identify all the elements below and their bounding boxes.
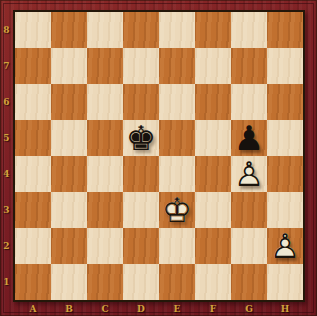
square-b6[interactable] bbox=[51, 84, 87, 120]
rank-label-5: 5 bbox=[0, 120, 13, 156]
file-label-b: B bbox=[51, 302, 87, 316]
square-f6[interactable] bbox=[195, 84, 231, 120]
square-h6[interactable] bbox=[267, 84, 303, 120]
white-pawn-outline: ♙ bbox=[231, 156, 267, 192]
rank-label-7: 7 bbox=[0, 48, 13, 84]
square-d4[interactable] bbox=[123, 156, 159, 192]
square-c6[interactable] bbox=[87, 84, 123, 120]
rank-label-1: 1 bbox=[0, 264, 13, 300]
square-h4[interactable] bbox=[267, 156, 303, 192]
square-b4[interactable] bbox=[51, 156, 87, 192]
white-pawn[interactable]: ♟♙ bbox=[231, 156, 267, 192]
square-b2[interactable] bbox=[51, 228, 87, 264]
square-d5[interactable]: ♚ bbox=[123, 120, 159, 156]
rank-label-4: 4 bbox=[0, 156, 13, 192]
file-label-e: E bbox=[159, 302, 195, 316]
square-g2[interactable] bbox=[231, 228, 267, 264]
square-a8[interactable] bbox=[15, 12, 51, 48]
square-d6[interactable] bbox=[123, 84, 159, 120]
square-b1[interactable] bbox=[51, 264, 87, 300]
square-d7[interactable] bbox=[123, 48, 159, 84]
square-c2[interactable] bbox=[87, 228, 123, 264]
rank-label-3: 3 bbox=[0, 192, 13, 228]
square-a1[interactable] bbox=[15, 264, 51, 300]
square-g5[interactable]: ♟ bbox=[231, 120, 267, 156]
square-c8[interactable] bbox=[87, 12, 123, 48]
square-e1[interactable] bbox=[159, 264, 195, 300]
square-f3[interactable] bbox=[195, 192, 231, 228]
square-c3[interactable] bbox=[87, 192, 123, 228]
square-e7[interactable] bbox=[159, 48, 195, 84]
square-h7[interactable] bbox=[267, 48, 303, 84]
square-h3[interactable] bbox=[267, 192, 303, 228]
file-label-a: A bbox=[15, 302, 51, 316]
square-b3[interactable] bbox=[51, 192, 87, 228]
board-frame: ♚♟♟♙♚♔♟♙ bbox=[13, 10, 305, 302]
square-g6[interactable] bbox=[231, 84, 267, 120]
black-pawn-glyph: ♟ bbox=[231, 120, 267, 156]
square-f4[interactable] bbox=[195, 156, 231, 192]
square-f2[interactable] bbox=[195, 228, 231, 264]
square-e4[interactable] bbox=[159, 156, 195, 192]
square-h8[interactable] bbox=[267, 12, 303, 48]
square-g3[interactable] bbox=[231, 192, 267, 228]
file-label-d: D bbox=[123, 302, 159, 316]
square-f1[interactable] bbox=[195, 264, 231, 300]
rank-label-2: 2 bbox=[0, 228, 13, 264]
rank-label-8: 8 bbox=[0, 12, 13, 48]
square-e5[interactable] bbox=[159, 120, 195, 156]
square-g4[interactable]: ♟♙ bbox=[231, 156, 267, 192]
square-c7[interactable] bbox=[87, 48, 123, 84]
square-f7[interactable] bbox=[195, 48, 231, 84]
square-b7[interactable] bbox=[51, 48, 87, 84]
white-king[interactable]: ♚♔ bbox=[159, 192, 195, 228]
square-a3[interactable] bbox=[15, 192, 51, 228]
file-label-f: F bbox=[195, 302, 231, 316]
square-c4[interactable] bbox=[87, 156, 123, 192]
square-f8[interactable] bbox=[195, 12, 231, 48]
square-e2[interactable] bbox=[159, 228, 195, 264]
black-king[interactable]: ♚ bbox=[123, 120, 159, 156]
square-e8[interactable] bbox=[159, 12, 195, 48]
square-g8[interactable] bbox=[231, 12, 267, 48]
black-king-glyph: ♚ bbox=[123, 120, 159, 156]
chess-board-diagram: ♚♟♟♙♚♔♟♙ 87654321 ABCDEFGH bbox=[0, 0, 317, 316]
square-g7[interactable] bbox=[231, 48, 267, 84]
square-e3[interactable]: ♚♔ bbox=[159, 192, 195, 228]
file-label-g: G bbox=[231, 302, 267, 316]
file-label-c: C bbox=[87, 302, 123, 316]
square-h2[interactable]: ♟♙ bbox=[267, 228, 303, 264]
square-g1[interactable] bbox=[231, 264, 267, 300]
square-a6[interactable] bbox=[15, 84, 51, 120]
square-h1[interactable] bbox=[267, 264, 303, 300]
white-pawn[interactable]: ♟♙ bbox=[267, 228, 303, 264]
black-pawn[interactable]: ♟ bbox=[231, 120, 267, 156]
square-d8[interactable] bbox=[123, 12, 159, 48]
file-label-h: H bbox=[267, 302, 303, 316]
square-e6[interactable] bbox=[159, 84, 195, 120]
square-d2[interactable] bbox=[123, 228, 159, 264]
square-d3[interactable] bbox=[123, 192, 159, 228]
square-c5[interactable] bbox=[87, 120, 123, 156]
square-b8[interactable] bbox=[51, 12, 87, 48]
rank-label-6: 6 bbox=[0, 84, 13, 120]
chess-board: ♚♟♟♙♚♔♟♙ bbox=[15, 12, 303, 300]
square-f5[interactable] bbox=[195, 120, 231, 156]
square-a2[interactable] bbox=[15, 228, 51, 264]
square-b5[interactable] bbox=[51, 120, 87, 156]
square-d1[interactable] bbox=[123, 264, 159, 300]
square-a5[interactable] bbox=[15, 120, 51, 156]
white-pawn-outline: ♙ bbox=[267, 228, 303, 264]
square-c1[interactable] bbox=[87, 264, 123, 300]
square-a4[interactable] bbox=[15, 156, 51, 192]
square-a7[interactable] bbox=[15, 48, 51, 84]
white-king-outline: ♔ bbox=[159, 192, 195, 228]
square-h5[interactable] bbox=[267, 120, 303, 156]
